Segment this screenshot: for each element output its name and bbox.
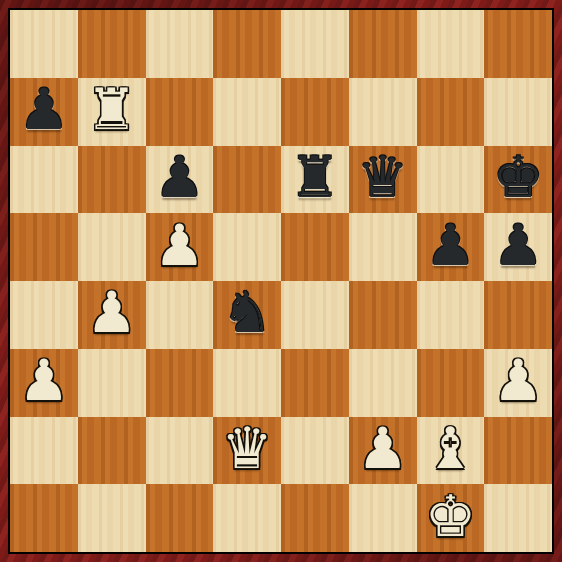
black-pawn-icon[interactable]: ♟ xyxy=(18,81,69,138)
square-g7[interactable] xyxy=(417,78,485,146)
square-d5[interactable] xyxy=(213,213,281,281)
square-d6[interactable] xyxy=(213,146,281,214)
square-h5[interactable]: ♟ xyxy=(484,213,552,281)
black-king-icon[interactable]: ♚ xyxy=(493,149,544,206)
black-pawn-icon[interactable]: ♟ xyxy=(154,149,205,206)
square-h6[interactable]: ♚ xyxy=(484,146,552,214)
square-d3[interactable] xyxy=(213,349,281,417)
white-pawn-icon[interactable]: ♟ xyxy=(154,217,205,274)
square-e6[interactable]: ♜ xyxy=(281,146,349,214)
square-e2[interactable] xyxy=(281,417,349,485)
square-b1[interactable] xyxy=(78,484,146,552)
square-g1[interactable]: ♚ xyxy=(417,484,485,552)
square-e5[interactable] xyxy=(281,213,349,281)
black-pawn-icon[interactable]: ♟ xyxy=(493,217,544,274)
square-f3[interactable] xyxy=(349,349,417,417)
white-bishop-icon[interactable]: ♝ xyxy=(425,420,476,477)
square-f2[interactable]: ♟ xyxy=(349,417,417,485)
square-g8[interactable] xyxy=(417,10,485,78)
square-f5[interactable] xyxy=(349,213,417,281)
square-c1[interactable] xyxy=(146,484,214,552)
square-h3[interactable]: ♟ xyxy=(484,349,552,417)
square-f4[interactable] xyxy=(349,281,417,349)
square-c6[interactable]: ♟ xyxy=(146,146,214,214)
square-d1[interactable] xyxy=(213,484,281,552)
square-d8[interactable] xyxy=(213,10,281,78)
square-e7[interactable] xyxy=(281,78,349,146)
square-b8[interactable] xyxy=(78,10,146,78)
square-c5[interactable]: ♟ xyxy=(146,213,214,281)
square-f8[interactable] xyxy=(349,10,417,78)
square-d2[interactable]: ♛ xyxy=(213,417,281,485)
square-e4[interactable] xyxy=(281,281,349,349)
square-b5[interactable] xyxy=(78,213,146,281)
square-h7[interactable] xyxy=(484,78,552,146)
board-frame: ♟♜♟♜♛♚♟♟♟♟♞♟♟♛♟♝♚ xyxy=(0,0,562,562)
square-f6[interactable]: ♛ xyxy=(349,146,417,214)
square-c8[interactable] xyxy=(146,10,214,78)
square-h4[interactable] xyxy=(484,281,552,349)
square-a7[interactable]: ♟ xyxy=(10,78,78,146)
white-pawn-icon[interactable]: ♟ xyxy=(493,352,544,409)
square-c3[interactable] xyxy=(146,349,214,417)
square-a5[interactable] xyxy=(10,213,78,281)
square-b2[interactable] xyxy=(78,417,146,485)
square-g6[interactable] xyxy=(417,146,485,214)
white-rook-icon[interactable]: ♜ xyxy=(86,81,137,138)
square-b4[interactable]: ♟ xyxy=(78,281,146,349)
square-h2[interactable] xyxy=(484,417,552,485)
square-e1[interactable] xyxy=(281,484,349,552)
black-rook-icon[interactable]: ♜ xyxy=(289,149,340,206)
square-f1[interactable] xyxy=(349,484,417,552)
square-d7[interactable] xyxy=(213,78,281,146)
square-h8[interactable] xyxy=(484,10,552,78)
square-g5[interactable]: ♟ xyxy=(417,213,485,281)
square-g3[interactable] xyxy=(417,349,485,417)
square-f7[interactable] xyxy=(349,78,417,146)
square-d4[interactable]: ♞ xyxy=(213,281,281,349)
white-pawn-icon[interactable]: ♟ xyxy=(86,284,137,341)
square-b3[interactable] xyxy=(78,349,146,417)
square-g2[interactable]: ♝ xyxy=(417,417,485,485)
white-pawn-icon[interactable]: ♟ xyxy=(18,352,69,409)
square-g4[interactable] xyxy=(417,281,485,349)
white-king-icon[interactable]: ♚ xyxy=(425,488,476,545)
square-b7[interactable]: ♜ xyxy=(78,78,146,146)
square-a8[interactable] xyxy=(10,10,78,78)
square-c2[interactable] xyxy=(146,417,214,485)
black-pawn-icon[interactable]: ♟ xyxy=(425,217,476,274)
square-a3[interactable]: ♟ xyxy=(10,349,78,417)
square-a6[interactable] xyxy=(10,146,78,214)
square-h1[interactable] xyxy=(484,484,552,552)
square-e3[interactable] xyxy=(281,349,349,417)
square-c7[interactable] xyxy=(146,78,214,146)
black-knight-icon[interactable]: ♞ xyxy=(222,284,273,341)
square-b6[interactable] xyxy=(78,146,146,214)
square-c4[interactable] xyxy=(146,281,214,349)
square-a4[interactable] xyxy=(10,281,78,349)
square-a1[interactable] xyxy=(10,484,78,552)
white-queen-icon[interactable]: ♛ xyxy=(222,420,273,477)
chess-board: ♟♜♟♜♛♚♟♟♟♟♞♟♟♛♟♝♚ xyxy=(8,8,554,554)
white-pawn-icon[interactable]: ♟ xyxy=(357,420,408,477)
square-a2[interactable] xyxy=(10,417,78,485)
black-queen-icon[interactable]: ♛ xyxy=(357,149,408,206)
square-e8[interactable] xyxy=(281,10,349,78)
